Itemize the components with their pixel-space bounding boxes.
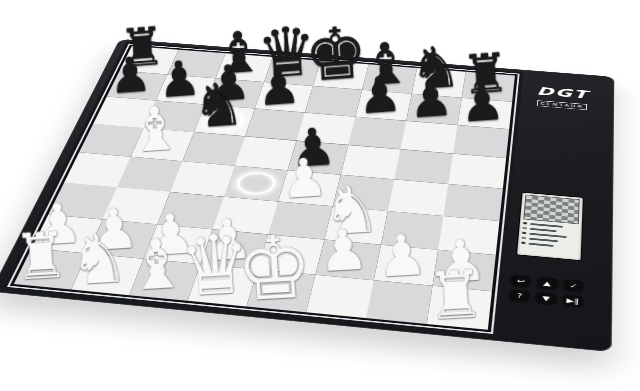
display-mini-chessboard [523,195,579,225]
square-h6[interactable] [453,125,509,158]
square-f6[interactable] [348,117,406,150]
square-g5[interactable] [394,149,453,184]
display-move-row [522,237,579,245]
move-color-dot [522,227,526,230]
epaper-display [517,193,583,261]
square-h1[interactable]: ♜ [427,286,492,330]
piece-black-knight-c6[interactable]: ♞ [184,76,252,137]
piece-white-rook-h1[interactable]: ♜ [414,262,496,328]
square-c6[interactable]: ♞ [194,104,255,136]
control-buttons: ↩▲✓?▼▶‖ [509,274,585,307]
button-up[interactable]: ▲ [536,277,558,290]
dgt-logo-text: DGT [527,84,597,101]
move-color-dot [523,222,527,225]
move-color-dot [521,242,525,245]
display-move-list [521,222,579,249]
square-h5[interactable] [448,154,506,189]
button-help[interactable]: ? [509,289,531,303]
square-h7[interactable]: ♟ [458,98,513,129]
product-photo: ♜♝♛♚♝♞♜♟♟♟♟♟♟♟♞♝♟♟♞♟♟♟♟♟♟♟♜♞♝♛♚♜ DGT CEN… [0,0,640,391]
square-d1[interactable]: ♛ [188,264,258,306]
square-g6[interactable] [400,121,457,154]
piece-black-pawn-h7[interactable]: ♟ [448,78,517,130]
chessboard-3d: ♜♝♛♚♝♞♜♟♟♟♟♟♟♟♞♝♟♟♞♟♟♟♟♟♟♟♜♞♝♛♚♜ DGT CEN… [0,39,614,352]
piece-black-pawn-d7[interactable]: ♟ [245,62,312,113]
brand-logo: DGT CENTAUR [527,84,598,111]
display-move-row [521,242,578,250]
piece-white-queen-d1[interactable]: ♛ [175,224,255,306]
piece-white-bishop-b5[interactable]: ♝ [120,99,190,161]
move-text-bar [529,238,558,242]
button-back[interactable]: ↩ [510,274,532,287]
square-b5[interactable]: ♝ [131,128,194,161]
square-e1[interactable]: ♚ [247,269,316,312]
centaur-model-text: CENTAUR [537,100,586,110]
board-frame: ♜♝♛♚♝♞♜♟♟♟♟♟♟♟♞♝♟♟♞♟♟♟♟♟♟♟♜♞♝♛♚♜ DGT CEN… [0,39,614,352]
move-color-dot [522,232,526,235]
square-h4[interactable] [443,184,502,221]
square-g4[interactable] [388,179,449,216]
button-play-pause[interactable]: ▶‖ [562,294,584,308]
button-confirm[interactable]: ✓ [563,279,584,292]
move-color-dot [522,237,526,240]
board-surface: ♜♝♛♚♝♞♜♟♟♟♟♟♟♟♞♝♟♟♞♟♟♟♟♟♟♟♜♞♝♛♚♜ [14,46,515,330]
piece-white-rook-a1[interactable]: ♜ [2,224,79,289]
square-a4[interactable] [64,152,130,187]
button-down[interactable]: ▼ [535,291,557,305]
square-f1[interactable] [306,275,374,318]
square-c4[interactable] [170,161,235,196]
move-text-bar [528,243,553,247]
square-a1[interactable]: ♜ [14,248,88,289]
square-d7[interactable]: ♟ [255,82,313,112]
move-text-bar [530,228,557,232]
